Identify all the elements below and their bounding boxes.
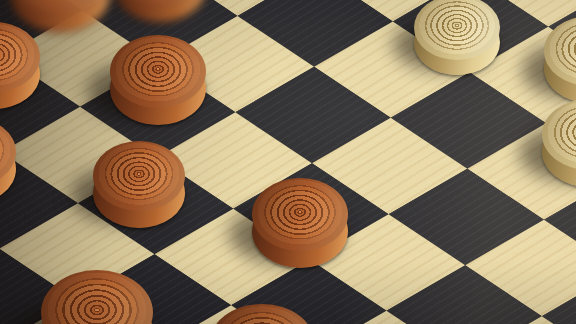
- piece-top-face-concentric-rings: [414, 0, 500, 60]
- checker-piece-brown[interactable]: [0, 117, 16, 187]
- checker-piece-cream[interactable]: [414, 0, 500, 60]
- checker-piece-cream[interactable]: [542, 99, 576, 170]
- checker-piece-brown[interactable]: [252, 178, 348, 251]
- checker-piece-brown[interactable]: [41, 270, 153, 324]
- checker-piece-cream[interactable]: [544, 16, 576, 86]
- checker-piece-brown[interactable]: [114, 0, 206, 5]
- checkers-photo-stage: [0, 0, 576, 324]
- checker-piece-brown[interactable]: [10, 0, 110, 14]
- piece-top-face-concentric-rings: [209, 304, 315, 324]
- piece-top-face-concentric-rings: [252, 178, 348, 251]
- piece-top-face-concentric-rings: [41, 270, 153, 324]
- checker-piece-brown[interactable]: [93, 141, 185, 211]
- checker-piece-brown[interactable]: [209, 304, 315, 324]
- checker-piece-brown[interactable]: [0, 22, 40, 92]
- piece-top-face-concentric-rings: [110, 35, 206, 108]
- checker-piece-brown[interactable]: [110, 35, 206, 108]
- piece-top-face-concentric-rings: [93, 141, 185, 211]
